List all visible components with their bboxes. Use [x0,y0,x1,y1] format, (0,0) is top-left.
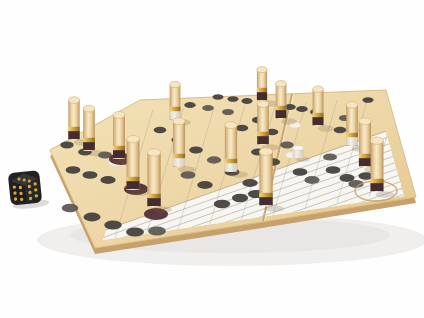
dot-black [232,194,248,202]
dot-black [83,213,100,222]
board-scene [0,0,424,318]
peg-gold-ring [83,138,95,142]
peg-shadow [152,206,172,212]
peg-gold-ring [313,113,324,117]
dot-black [60,142,73,149]
dot-black [126,227,144,236]
peg-shadow [264,205,284,211]
peg-gold-ring [147,194,160,198]
dot-black [66,166,81,174]
dot-black [296,106,308,112]
peg-top [259,148,272,155]
peg-base-band [257,136,269,144]
peg-gold-ring [113,146,125,150]
peg-top [276,81,287,87]
peg-gold-ring [259,193,272,197]
product-photo-stage: Product photo of a wooden two-player peg… [0,0,424,318]
dot-black [242,179,257,187]
peg-shadow [375,191,394,197]
peg-top [313,86,324,92]
peg-shadow [318,125,334,131]
dot-black [326,166,341,174]
peg-gold-ring [257,132,269,136]
dot-black [62,204,79,213]
peg-gold-ring [173,154,185,158]
dot-black [212,94,223,100]
dot-black [227,96,238,102]
peg-base-band [147,198,160,206]
peg-top [346,101,358,108]
dot-black [334,127,347,134]
peg-gold-ring [68,127,79,131]
peg-gold-ring [170,107,181,111]
peg-top [68,97,79,104]
peg-top [257,67,267,73]
dot-black [214,200,230,208]
dot-black [83,171,98,179]
peg-base-band [173,158,185,166]
peg-top [173,118,185,125]
dot-black [323,153,337,160]
peg-base-band [225,163,237,171]
peg-base-band [276,110,287,118]
peg-base-band [257,92,267,100]
dot-black [280,142,293,149]
peg-base-band [127,181,140,189]
peg-shadow [230,171,248,177]
peg-shadow [88,150,105,156]
peg-gold-ring [257,88,267,92]
peg-top [359,118,371,125]
dot-black [197,181,213,189]
peg-gold-ring [371,179,384,183]
dot-black [189,146,203,153]
dot-black [293,168,308,176]
peg-base-band [259,197,272,205]
peg-top [225,122,237,129]
peg-base-band [359,158,371,166]
peg-base-band [113,150,125,158]
peg-top [170,81,181,87]
dot-black [184,102,195,108]
peg-base-band [313,117,324,125]
peg-shadow [178,166,196,172]
dot-black [104,221,122,230]
peg-top [257,101,269,108]
dot-black [100,176,115,184]
peg-shadow [281,118,297,124]
dot-black [154,127,167,134]
peg-gold-ring [127,177,140,181]
dot-black [148,226,166,235]
peg-gold-ring [359,154,371,158]
peg-gold-ring [276,106,287,110]
dot-black [362,97,373,103]
peg-base-band [346,137,358,145]
peg-top [83,105,95,112]
peg-gold-ring [346,133,358,137]
die [8,169,50,210]
peg-top [147,149,160,156]
dot-black [304,176,319,184]
peg-gold-ring [225,159,237,163]
peg-base-band [83,142,95,150]
peg-top [113,111,125,118]
piece-top [293,146,304,151]
dot-black [236,125,249,131]
peg-top [127,135,140,142]
dot-black [241,98,252,104]
dot-black [202,105,214,111]
peg-base-band [68,131,79,139]
dot-black [207,156,221,163]
peg-base-band [371,183,384,191]
dot-black [222,109,234,115]
peg-top [371,137,384,144]
